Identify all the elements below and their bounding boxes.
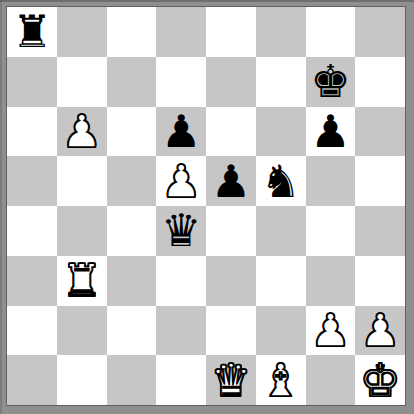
square-h4[interactable]: [355, 206, 405, 256]
square-b4[interactable]: [57, 206, 107, 256]
square-e8[interactable]: [206, 7, 256, 57]
square-a1[interactable]: [7, 355, 57, 405]
piece-black-rook: ♜: [7, 7, 57, 57]
square-b3[interactable]: ♜: [57, 256, 107, 306]
square-e4[interactable]: [206, 206, 256, 256]
square-c2[interactable]: [107, 306, 157, 356]
square-h3[interactable]: [355, 256, 405, 306]
square-d8[interactable]: [156, 7, 206, 57]
square-e7[interactable]: [206, 57, 256, 107]
square-d5[interactable]: ♟: [156, 156, 206, 206]
square-e2[interactable]: [206, 306, 256, 356]
square-h5[interactable]: [355, 156, 405, 206]
square-e1[interactable]: ♛: [206, 355, 256, 405]
square-b8[interactable]: [57, 7, 107, 57]
piece-white-pawn: ♟: [355, 306, 405, 356]
square-g5[interactable]: [306, 156, 356, 206]
square-c4[interactable]: [107, 206, 157, 256]
square-c3[interactable]: [107, 256, 157, 306]
square-a2[interactable]: [7, 306, 57, 356]
square-g3[interactable]: [306, 256, 356, 306]
square-f3[interactable]: [256, 256, 306, 306]
chess-board: ♜♚♟♟♟♟♟♞♛♜♟♟♛♝♚: [6, 6, 406, 406]
square-b7[interactable]: [57, 57, 107, 107]
square-a8[interactable]: ♜: [7, 7, 57, 57]
square-a3[interactable]: [7, 256, 57, 306]
square-h2[interactable]: ♟: [355, 306, 405, 356]
square-d3[interactable]: [156, 256, 206, 306]
square-b5[interactable]: [57, 156, 107, 206]
piece-white-king: ♚: [355, 355, 405, 405]
square-g6[interactable]: ♟: [306, 107, 356, 157]
square-f7[interactable]: [256, 57, 306, 107]
piece-white-pawn: ♟: [156, 156, 206, 206]
square-a5[interactable]: [7, 156, 57, 206]
square-b2[interactable]: [57, 306, 107, 356]
square-b1[interactable]: [57, 355, 107, 405]
square-c7[interactable]: [107, 57, 157, 107]
square-e5[interactable]: ♟: [206, 156, 256, 206]
square-d7[interactable]: [156, 57, 206, 107]
square-f2[interactable]: [256, 306, 306, 356]
board-frame: ♜♚♟♟♟♟♟♞♛♜♟♟♛♝♚: [0, 0, 414, 414]
square-d4[interactable]: ♛: [156, 206, 206, 256]
square-f8[interactable]: [256, 7, 306, 57]
square-a4[interactable]: [7, 206, 57, 256]
piece-white-rook: ♜: [57, 256, 107, 306]
square-h8[interactable]: [355, 7, 405, 57]
square-f4[interactable]: [256, 206, 306, 256]
piece-black-pawn: ♟: [156, 107, 206, 157]
piece-black-knight: ♞: [256, 156, 306, 206]
square-h7[interactable]: [355, 57, 405, 107]
square-d2[interactable]: [156, 306, 206, 356]
piece-white-pawn: ♟: [57, 107, 107, 157]
square-e3[interactable]: [206, 256, 256, 306]
square-e6[interactable]: [206, 107, 256, 157]
piece-white-bishop: ♝: [256, 355, 306, 405]
piece-black-pawn: ♟: [306, 107, 356, 157]
piece-black-queen: ♛: [156, 206, 206, 256]
square-h1[interactable]: ♚: [355, 355, 405, 405]
square-d1[interactable]: [156, 355, 206, 405]
square-f6[interactable]: [256, 107, 306, 157]
square-c1[interactable]: [107, 355, 157, 405]
square-g1[interactable]: [306, 355, 356, 405]
square-c5[interactable]: [107, 156, 157, 206]
square-f1[interactable]: ♝: [256, 355, 306, 405]
piece-white-queen: ♛: [206, 355, 256, 405]
square-g2[interactable]: ♟: [306, 306, 356, 356]
square-a6[interactable]: [7, 107, 57, 157]
piece-black-king: ♚: [306, 57, 356, 107]
square-g8[interactable]: [306, 7, 356, 57]
square-h6[interactable]: [355, 107, 405, 157]
square-c8[interactable]: [107, 7, 157, 57]
square-a7[interactable]: [7, 57, 57, 107]
square-f5[interactable]: ♞: [256, 156, 306, 206]
piece-black-pawn: ♟: [206, 156, 256, 206]
piece-white-pawn: ♟: [306, 306, 356, 356]
square-g7[interactable]: ♚: [306, 57, 356, 107]
square-d6[interactable]: ♟: [156, 107, 206, 157]
square-c6[interactable]: [107, 107, 157, 157]
square-g4[interactable]: [306, 206, 356, 256]
square-b6[interactable]: ♟: [57, 107, 107, 157]
